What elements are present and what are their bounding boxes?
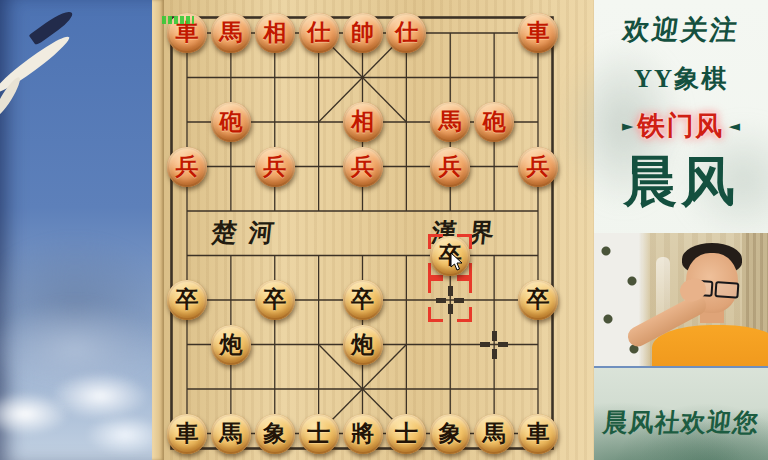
piece-red-soldier[interactable]: 兵 — [518, 147, 558, 187]
seagull-bird — [0, 0, 110, 120]
panel-banner-text: 铁门风 — [638, 108, 725, 144]
river-label-left: 楚河 — [210, 216, 287, 249]
left-arrow-icon: ► — [622, 117, 634, 135]
piece-red-advisor[interactable]: 仕 — [299, 13, 339, 53]
streamer-panel: 欢迎关注 YY象棋 ► 铁门风 ◄ 晨风 晨风社欢迎您 — [594, 0, 768, 460]
webcam-video — [594, 233, 768, 368]
piece-black-horse[interactable]: 馬 — [474, 414, 514, 454]
piece-black-elephant[interactable]: 象 — [255, 414, 295, 454]
piece-red-cannon[interactable]: 砲 — [211, 102, 251, 142]
curtain — [594, 233, 650, 366]
piece-red-soldier[interactable]: 兵 — [167, 147, 207, 187]
piece-red-horse[interactable]: 馬 — [211, 13, 251, 53]
piece-black-soldier[interactable]: 卒 — [518, 280, 558, 320]
right-arrow-icon: ◄ — [729, 117, 741, 135]
piece-red-general[interactable]: 帥 — [343, 13, 383, 53]
piece-red-chariot[interactable]: 車 — [518, 13, 558, 53]
piece-red-horse[interactable]: 馬 — [430, 102, 470, 142]
piece-red-elephant[interactable]: 相 — [343, 102, 383, 142]
piece-black-chariot[interactable]: 車 — [167, 414, 207, 454]
mouse-cursor — [450, 252, 464, 272]
panel-banner: ► 铁门风 ◄ — [594, 108, 768, 144]
app-window: 楚河 漢界 車馬相仕帥仕車砲相馬砲兵兵兵兵兵卒卒卒卒卒炮炮車馬象士將士象馬車 欢… — [0, 0, 768, 460]
piece-red-advisor[interactable]: 仕 — [386, 13, 426, 53]
piece-black-cannon[interactable]: 炮 — [343, 325, 383, 365]
sky-background — [0, 0, 152, 460]
panel-footer-text: 晨风社欢迎您 — [592, 406, 768, 439]
green-overlay-text — [162, 16, 194, 24]
piece-black-advisor[interactable]: 士 — [386, 414, 426, 454]
piece-black-horse[interactable]: 馬 — [211, 414, 251, 454]
piece-black-advisor[interactable]: 士 — [299, 414, 339, 454]
panel-channel-text: YY象棋 — [594, 62, 768, 95]
piece-red-soldier[interactable]: 兵 — [430, 147, 470, 187]
piece-black-general[interactable]: 將 — [343, 414, 383, 454]
piece-red-cannon[interactable]: 砲 — [474, 102, 514, 142]
piece-black-cannon[interactable]: 炮 — [211, 325, 251, 365]
piece-black-soldier[interactable]: 卒 — [167, 280, 207, 320]
piece-red-elephant[interactable]: 相 — [255, 13, 295, 53]
piece-red-soldier[interactable]: 兵 — [255, 147, 295, 187]
piece-black-soldier[interactable]: 卒 — [343, 280, 383, 320]
piece-black-soldier[interactable]: 卒 — [255, 280, 295, 320]
board-wood-edge — [152, 0, 164, 460]
piece-black-chariot[interactable]: 車 — [518, 414, 558, 454]
piece-black-elephant[interactable]: 象 — [430, 414, 470, 454]
piece-red-soldier[interactable]: 兵 — [343, 147, 383, 187]
orange-shirt — [652, 325, 768, 368]
panel-welcome-text: 欢迎关注 — [591, 12, 768, 48]
streamer-name: 晨风 — [594, 146, 768, 219]
